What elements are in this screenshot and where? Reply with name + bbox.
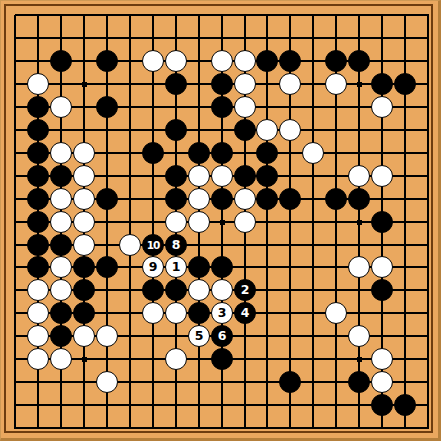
black-stone [27,119,49,141]
black-stone [188,256,210,278]
white-stone [73,188,95,210]
white-stone [188,188,210,210]
white-stone [371,165,393,187]
white-stone [142,302,164,324]
white-stone [211,165,233,187]
black-stone [211,256,233,278]
black-stone [279,50,301,72]
grid-line-horizontal [15,404,429,405]
black-stone [256,165,278,187]
white-stone [50,211,72,233]
white-stone [96,371,118,393]
white-stone [211,50,233,72]
black-stone [211,348,233,370]
black-stone [96,188,118,210]
white-stone-move-5: 5 [188,325,210,347]
white-stone [27,279,49,301]
black-stone [371,211,393,233]
star-point [357,82,362,87]
black-stone [165,279,187,301]
white-stone [50,188,72,210]
black-stone [73,256,95,278]
white-stone [211,279,233,301]
go-diagram: 1089123456 [0,0,441,441]
white-stone [325,302,347,324]
black-stone [142,279,164,301]
black-stone [165,73,187,95]
white-stone [234,50,256,72]
black-stone [50,234,72,256]
white-stone [188,279,210,301]
black-stone [50,50,72,72]
black-stone [279,371,301,393]
black-stone [165,165,187,187]
grid-line-horizontal [15,427,429,428]
white-stone [348,256,370,278]
white-stone [234,188,256,210]
white-stone-move-1: 1 [165,256,187,278]
white-stone [371,371,393,393]
white-stone [27,325,49,347]
white-stone [27,73,49,95]
white-stone [165,50,187,72]
black-stone-move-2: 2 [234,279,256,301]
black-stone [256,50,278,72]
white-stone [256,119,278,141]
black-stone [27,211,49,233]
black-stone [348,371,370,393]
black-stone-move-10: 10 [142,234,164,256]
black-stone [325,50,347,72]
white-stone [234,73,256,95]
black-stone-move-8: 8 [165,234,187,256]
white-stone [371,348,393,370]
go-board: 1089123456 [0,0,441,441]
white-stone [73,234,95,256]
star-point [357,357,362,362]
black-stone [188,142,210,164]
black-stone [371,73,393,95]
white-stone [73,165,95,187]
black-stone [96,96,118,118]
white-stone [165,211,187,233]
black-stone [50,302,72,324]
black-stone [27,96,49,118]
white-stone [50,96,72,118]
white-stone [234,96,256,118]
black-stone [211,142,233,164]
black-stone-move-6: 6 [211,325,233,347]
white-stone [325,73,347,95]
black-stone [188,302,210,324]
white-stone [50,279,72,301]
white-stone [165,348,187,370]
star-point [82,357,87,362]
white-stone-move-3: 3 [211,302,233,324]
black-stone [73,302,95,324]
black-stone [348,188,370,210]
black-stone [165,119,187,141]
white-stone [119,234,141,256]
white-stone [50,256,72,278]
white-stone [371,96,393,118]
grid-line-vertical [427,15,428,429]
white-stone [142,50,164,72]
black-stone [256,188,278,210]
black-stone [27,142,49,164]
black-stone [27,188,49,210]
white-stone [348,165,370,187]
black-stone [348,50,370,72]
white-stone [73,142,95,164]
black-stone-move-4: 4 [234,302,256,324]
white-stone [302,142,324,164]
white-stone [279,73,301,95]
white-stone [234,211,256,233]
black-stone [27,234,49,256]
black-stone [371,394,393,416]
white-stone [73,325,95,347]
black-stone [165,188,187,210]
white-stone-move-9: 9 [142,256,164,278]
black-stone [325,188,347,210]
black-stone [27,165,49,187]
black-stone [211,96,233,118]
white-stone [96,325,118,347]
black-stone [234,119,256,141]
white-stone [279,119,301,141]
black-stone [371,279,393,301]
star-point [220,220,225,225]
black-stone [394,73,416,95]
white-stone [50,142,72,164]
black-stone [142,142,164,164]
white-stone [348,325,370,347]
grid-line-vertical [312,15,313,429]
black-stone [394,394,416,416]
black-stone [96,50,118,72]
white-stone [50,348,72,370]
black-stone [73,279,95,301]
white-stone [27,302,49,324]
white-stone [73,211,95,233]
star-point [357,220,362,225]
grid-line-vertical [266,15,267,429]
black-stone [211,188,233,210]
white-stone [371,256,393,278]
white-stone [188,165,210,187]
white-stone [188,211,210,233]
white-stone [165,302,187,324]
black-stone [50,325,72,347]
black-stone [256,142,278,164]
black-stone [50,165,72,187]
black-stone [211,73,233,95]
black-stone [279,188,301,210]
white-stone [27,348,49,370]
black-stone [96,256,118,278]
star-point [82,82,87,87]
black-stone [27,256,49,278]
black-stone [234,165,256,187]
